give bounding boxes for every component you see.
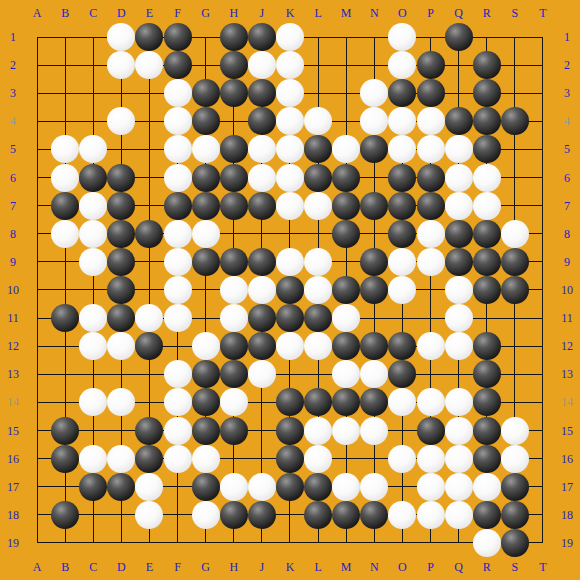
intersection[interactable] [360, 220, 388, 248]
intersection[interactable] [304, 107, 332, 135]
intersection[interactable] [332, 529, 360, 557]
intersection[interactable] [360, 501, 388, 529]
intersection[interactable] [220, 529, 248, 557]
intersection[interactable] [388, 135, 416, 163]
intersection[interactable] [360, 360, 388, 388]
intersection[interactable] [79, 79, 107, 107]
intersection[interactable] [473, 529, 501, 557]
intersection[interactable] [529, 445, 557, 473]
intersection[interactable] [332, 79, 360, 107]
intersection[interactable] [135, 192, 163, 220]
intersection[interactable] [445, 192, 473, 220]
intersection[interactable] [79, 51, 107, 79]
intersection[interactable] [107, 135, 135, 163]
intersection[interactable] [220, 164, 248, 192]
intersection[interactable] [304, 248, 332, 276]
intersection[interactable] [473, 416, 501, 444]
intersection[interactable] [192, 388, 220, 416]
intersection[interactable] [276, 416, 304, 444]
intersection[interactable] [220, 304, 248, 332]
intersection[interactable] [79, 164, 107, 192]
intersection[interactable] [360, 107, 388, 135]
intersection[interactable] [360, 304, 388, 332]
intersection[interactable] [388, 276, 416, 304]
intersection[interactable] [445, 360, 473, 388]
intersection[interactable] [332, 164, 360, 192]
intersection[interactable] [360, 23, 388, 51]
intersection[interactable] [107, 529, 135, 557]
intersection[interactable] [473, 51, 501, 79]
intersection[interactable] [192, 416, 220, 444]
intersection[interactable] [304, 304, 332, 332]
intersection[interactable] [276, 220, 304, 248]
intersection[interactable] [23, 248, 51, 276]
intersection[interactable] [416, 164, 444, 192]
intersection[interactable] [473, 79, 501, 107]
intersection[interactable] [276, 164, 304, 192]
intersection[interactable] [79, 23, 107, 51]
intersection[interactable] [220, 445, 248, 473]
intersection[interactable] [360, 164, 388, 192]
intersection[interactable] [501, 529, 529, 557]
intersection[interactable] [332, 445, 360, 473]
intersection[interactable] [79, 276, 107, 304]
intersection[interactable] [23, 529, 51, 557]
intersection[interactable] [51, 388, 79, 416]
intersection[interactable] [51, 135, 79, 163]
intersection[interactable] [164, 248, 192, 276]
intersection[interactable] [276, 473, 304, 501]
intersection[interactable] [360, 473, 388, 501]
intersection[interactable] [276, 529, 304, 557]
intersection[interactable] [416, 304, 444, 332]
intersection[interactable] [529, 79, 557, 107]
intersection[interactable] [79, 332, 107, 360]
intersection[interactable] [220, 501, 248, 529]
intersection[interactable] [192, 276, 220, 304]
intersection[interactable] [360, 135, 388, 163]
intersection[interactable] [164, 107, 192, 135]
intersection[interactable] [135, 473, 163, 501]
intersection[interactable] [107, 23, 135, 51]
intersection[interactable] [332, 360, 360, 388]
intersection[interactable] [529, 220, 557, 248]
intersection[interactable] [248, 388, 276, 416]
intersection[interactable] [388, 192, 416, 220]
intersection[interactable] [304, 79, 332, 107]
intersection[interactable] [248, 164, 276, 192]
intersection[interactable] [51, 332, 79, 360]
intersection[interactable] [220, 276, 248, 304]
intersection[interactable] [473, 248, 501, 276]
intersection[interactable] [501, 473, 529, 501]
intersection[interactable] [248, 135, 276, 163]
intersection[interactable] [248, 529, 276, 557]
intersection[interactable] [529, 501, 557, 529]
intersection[interactable] [192, 529, 220, 557]
intersection[interactable] [416, 248, 444, 276]
intersection[interactable] [192, 445, 220, 473]
intersection[interactable] [51, 107, 79, 135]
intersection[interactable] [445, 135, 473, 163]
intersection[interactable] [445, 220, 473, 248]
intersection[interactable] [248, 360, 276, 388]
intersection[interactable] [23, 164, 51, 192]
intersection[interactable] [107, 360, 135, 388]
intersection[interactable] [107, 107, 135, 135]
intersection[interactable] [473, 445, 501, 473]
intersection[interactable] [304, 332, 332, 360]
intersection[interactable] [416, 276, 444, 304]
intersection[interactable] [135, 416, 163, 444]
intersection[interactable] [248, 304, 276, 332]
intersection[interactable] [220, 248, 248, 276]
intersection[interactable] [248, 501, 276, 529]
intersection[interactable] [107, 445, 135, 473]
intersection[interactable] [192, 501, 220, 529]
intersection[interactable] [51, 248, 79, 276]
intersection[interactable] [276, 304, 304, 332]
intersection[interactable] [135, 276, 163, 304]
intersection[interactable] [388, 79, 416, 107]
intersection[interactable] [529, 360, 557, 388]
intersection[interactable] [501, 332, 529, 360]
intersection[interactable] [135, 164, 163, 192]
intersection[interactable] [107, 304, 135, 332]
intersection[interactable] [51, 360, 79, 388]
intersection[interactable] [304, 164, 332, 192]
intersection[interactable] [192, 164, 220, 192]
intersection[interactable] [473, 107, 501, 135]
intersection[interactable] [164, 164, 192, 192]
intersection[interactable] [304, 473, 332, 501]
intersection[interactable] [473, 23, 501, 51]
intersection[interactable] [220, 388, 248, 416]
intersection[interactable] [416, 416, 444, 444]
intersection[interactable] [51, 51, 79, 79]
intersection[interactable] [501, 192, 529, 220]
intersection[interactable] [445, 332, 473, 360]
intersection[interactable] [332, 51, 360, 79]
intersection[interactable] [473, 501, 501, 529]
intersection[interactable] [23, 388, 51, 416]
intersection[interactable] [388, 51, 416, 79]
intersection[interactable] [332, 192, 360, 220]
intersection[interactable] [107, 276, 135, 304]
intersection[interactable] [276, 192, 304, 220]
intersection[interactable] [360, 529, 388, 557]
intersection[interactable] [416, 107, 444, 135]
intersection[interactable] [388, 164, 416, 192]
intersection[interactable] [473, 192, 501, 220]
intersection[interactable] [388, 332, 416, 360]
intersection[interactable] [164, 445, 192, 473]
intersection[interactable] [164, 388, 192, 416]
intersection[interactable] [51, 220, 79, 248]
intersection[interactable] [220, 192, 248, 220]
intersection[interactable] [473, 473, 501, 501]
intersection[interactable] [220, 332, 248, 360]
intersection[interactable] [416, 360, 444, 388]
intersection[interactable] [23, 332, 51, 360]
intersection[interactable] [135, 445, 163, 473]
intersection[interactable] [332, 332, 360, 360]
intersection[interactable] [332, 248, 360, 276]
intersection[interactable] [164, 220, 192, 248]
intersection[interactable] [388, 416, 416, 444]
intersection[interactable] [276, 51, 304, 79]
intersection[interactable] [445, 79, 473, 107]
intersection[interactable] [445, 473, 473, 501]
intersection[interactable] [107, 164, 135, 192]
intersection[interactable] [51, 529, 79, 557]
intersection[interactable] [220, 135, 248, 163]
intersection[interactable] [51, 23, 79, 51]
intersection[interactable] [107, 51, 135, 79]
intersection[interactable] [445, 445, 473, 473]
intersection[interactable] [388, 23, 416, 51]
intersection[interactable] [248, 473, 276, 501]
intersection[interactable] [304, 23, 332, 51]
intersection[interactable] [51, 473, 79, 501]
intersection[interactable] [360, 276, 388, 304]
intersection[interactable] [276, 388, 304, 416]
intersection[interactable] [107, 248, 135, 276]
intersection[interactable] [192, 192, 220, 220]
intersection[interactable] [192, 360, 220, 388]
intersection[interactable] [501, 388, 529, 416]
intersection[interactable] [79, 473, 107, 501]
intersection[interactable] [304, 360, 332, 388]
intersection[interactable] [332, 416, 360, 444]
intersection[interactable] [192, 332, 220, 360]
intersection[interactable] [445, 276, 473, 304]
intersection[interactable] [79, 220, 107, 248]
intersection[interactable] [445, 501, 473, 529]
intersection[interactable] [276, 276, 304, 304]
intersection[interactable] [164, 51, 192, 79]
intersection[interactable] [23, 304, 51, 332]
intersection[interactable] [79, 445, 107, 473]
intersection[interactable] [23, 276, 51, 304]
intersection[interactable] [388, 360, 416, 388]
intersection[interactable] [304, 388, 332, 416]
intersection[interactable] [332, 220, 360, 248]
intersection[interactable] [360, 445, 388, 473]
intersection[interactable] [79, 388, 107, 416]
intersection[interactable] [51, 501, 79, 529]
intersection[interactable] [304, 220, 332, 248]
intersection[interactable] [248, 107, 276, 135]
intersection[interactable] [192, 79, 220, 107]
intersection[interactable] [192, 107, 220, 135]
intersection[interactable] [473, 164, 501, 192]
intersection[interactable] [276, 445, 304, 473]
intersection[interactable] [388, 304, 416, 332]
intersection[interactable] [135, 23, 163, 51]
intersection[interactable] [51, 164, 79, 192]
intersection[interactable] [388, 220, 416, 248]
intersection[interactable] [23, 23, 51, 51]
intersection[interactable] [192, 248, 220, 276]
intersection[interactable] [416, 473, 444, 501]
intersection[interactable] [51, 416, 79, 444]
intersection[interactable] [135, 79, 163, 107]
intersection[interactable] [445, 164, 473, 192]
intersection[interactable] [107, 192, 135, 220]
intersection[interactable] [529, 192, 557, 220]
intersection[interactable] [135, 51, 163, 79]
intersection[interactable] [529, 107, 557, 135]
intersection[interactable] [135, 388, 163, 416]
intersection[interactable] [501, 304, 529, 332]
intersection[interactable] [135, 220, 163, 248]
intersection[interactable] [529, 23, 557, 51]
intersection[interactable] [23, 135, 51, 163]
intersection[interactable] [529, 332, 557, 360]
intersection[interactable] [388, 107, 416, 135]
intersection[interactable] [23, 51, 51, 79]
intersection[interactable] [276, 135, 304, 163]
intersection[interactable] [388, 473, 416, 501]
intersection[interactable] [304, 276, 332, 304]
intersection[interactable] [107, 79, 135, 107]
intersection[interactable] [445, 388, 473, 416]
intersection[interactable] [332, 501, 360, 529]
intersection[interactable] [135, 107, 163, 135]
intersection[interactable] [388, 529, 416, 557]
intersection[interactable] [445, 529, 473, 557]
intersection[interactable] [501, 445, 529, 473]
intersection[interactable] [220, 79, 248, 107]
intersection[interactable] [501, 164, 529, 192]
intersection[interactable] [135, 360, 163, 388]
intersection[interactable] [304, 192, 332, 220]
intersection[interactable] [164, 529, 192, 557]
intersection[interactable] [276, 501, 304, 529]
intersection[interactable] [164, 79, 192, 107]
intersection[interactable] [23, 473, 51, 501]
intersection[interactable] [276, 23, 304, 51]
intersection[interactable] [388, 248, 416, 276]
intersection[interactable] [220, 220, 248, 248]
intersection[interactable] [332, 473, 360, 501]
intersection[interactable] [135, 135, 163, 163]
intersection[interactable] [473, 276, 501, 304]
intersection[interactable] [304, 135, 332, 163]
intersection[interactable] [473, 220, 501, 248]
intersection[interactable] [529, 164, 557, 192]
intersection[interactable] [360, 192, 388, 220]
intersection[interactable] [332, 23, 360, 51]
intersection[interactable] [23, 107, 51, 135]
intersection[interactable] [445, 23, 473, 51]
intersection[interactable] [416, 23, 444, 51]
intersection[interactable] [248, 332, 276, 360]
intersection[interactable] [388, 445, 416, 473]
intersection[interactable] [332, 388, 360, 416]
intersection[interactable] [360, 388, 388, 416]
intersection[interactable] [164, 473, 192, 501]
intersection[interactable] [51, 445, 79, 473]
intersection[interactable] [248, 23, 276, 51]
intersection[interactable] [360, 416, 388, 444]
intersection[interactable] [501, 248, 529, 276]
intersection[interactable] [23, 416, 51, 444]
intersection[interactable] [501, 360, 529, 388]
intersection[interactable] [501, 79, 529, 107]
intersection[interactable] [529, 51, 557, 79]
intersection[interactable] [220, 23, 248, 51]
intersection[interactable] [23, 79, 51, 107]
intersection[interactable] [192, 51, 220, 79]
intersection[interactable] [135, 304, 163, 332]
intersection[interactable] [51, 79, 79, 107]
intersection[interactable] [79, 248, 107, 276]
intersection[interactable] [23, 220, 51, 248]
intersection[interactable] [501, 416, 529, 444]
intersection[interactable] [416, 79, 444, 107]
intersection[interactable] [473, 388, 501, 416]
intersection[interactable] [164, 501, 192, 529]
intersection[interactable] [501, 51, 529, 79]
intersection[interactable] [79, 192, 107, 220]
intersection[interactable] [473, 332, 501, 360]
intersection[interactable] [473, 135, 501, 163]
intersection[interactable] [529, 276, 557, 304]
intersection[interactable] [192, 220, 220, 248]
intersection[interactable] [501, 220, 529, 248]
intersection[interactable] [360, 79, 388, 107]
intersection[interactable] [332, 304, 360, 332]
intersection[interactable] [164, 360, 192, 388]
intersection[interactable] [220, 416, 248, 444]
intersection[interactable] [332, 276, 360, 304]
intersection[interactable] [416, 51, 444, 79]
intersection[interactable] [445, 304, 473, 332]
intersection[interactable] [164, 192, 192, 220]
intersection[interactable] [416, 135, 444, 163]
intersection[interactable] [416, 501, 444, 529]
intersection[interactable] [51, 276, 79, 304]
intersection[interactable] [360, 51, 388, 79]
intersection[interactable] [248, 51, 276, 79]
intersection[interactable] [192, 304, 220, 332]
intersection[interactable] [51, 304, 79, 332]
intersection[interactable] [107, 501, 135, 529]
intersection[interactable] [135, 332, 163, 360]
intersection[interactable] [529, 416, 557, 444]
intersection[interactable] [529, 248, 557, 276]
intersection[interactable] [360, 332, 388, 360]
intersection[interactable] [135, 501, 163, 529]
intersection[interactable] [79, 529, 107, 557]
intersection[interactable] [416, 220, 444, 248]
intersection[interactable] [304, 529, 332, 557]
intersection[interactable] [248, 79, 276, 107]
intersection[interactable] [304, 51, 332, 79]
intersection[interactable] [388, 388, 416, 416]
intersection[interactable] [164, 23, 192, 51]
intersection[interactable] [23, 501, 51, 529]
intersection[interactable] [529, 529, 557, 557]
intersection[interactable] [276, 248, 304, 276]
intersection[interactable] [529, 473, 557, 501]
intersection[interactable] [332, 107, 360, 135]
intersection[interactable] [192, 473, 220, 501]
intersection[interactable] [416, 332, 444, 360]
intersection[interactable] [164, 276, 192, 304]
